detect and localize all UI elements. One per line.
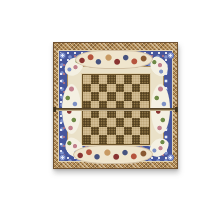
square-g1[interactable]	[132, 135, 140, 144]
square-d7[interactable]	[107, 84, 115, 93]
square-f7[interactable]	[124, 84, 132, 93]
inner-ground	[67, 66, 164, 146]
square-d1[interactable]	[107, 135, 115, 144]
miniature-painting-bottom	[73, 145, 153, 164]
square-d3[interactable]	[107, 118, 115, 127]
square-c2[interactable]	[99, 127, 107, 136]
fold-hinge-seam	[53, 108, 178, 111]
square-a8[interactable]	[83, 75, 91, 84]
miniature-painting-top	[75, 50, 153, 69]
square-h1[interactable]	[140, 135, 148, 144]
square-h8[interactable]	[140, 75, 148, 84]
square-h3[interactable]	[140, 118, 148, 127]
square-g3[interactable]	[132, 118, 140, 127]
square-e1[interactable]	[116, 135, 124, 144]
square-c6[interactable]	[99, 92, 107, 101]
square-f2[interactable]	[124, 127, 132, 136]
square-g8[interactable]	[132, 75, 140, 84]
square-a6[interactable]	[83, 92, 91, 101]
square-b6[interactable]	[91, 92, 99, 101]
square-d2[interactable]	[107, 127, 115, 136]
square-b3[interactable]	[91, 118, 99, 127]
square-e2[interactable]	[116, 127, 124, 136]
square-a3[interactable]	[83, 118, 91, 127]
square-a7[interactable]	[83, 84, 91, 93]
photo-background	[0, 0, 220, 220]
square-b2[interactable]	[91, 127, 99, 136]
square-d6[interactable]	[107, 92, 115, 101]
corner-rosette-top-right	[167, 52, 174, 59]
square-b7[interactable]	[91, 84, 99, 93]
square-c7[interactable]	[99, 84, 107, 93]
square-e7[interactable]	[116, 84, 124, 93]
square-f6[interactable]	[124, 92, 132, 101]
square-h7[interactable]	[140, 84, 148, 93]
square-e3[interactable]	[116, 118, 124, 127]
square-a2[interactable]	[83, 127, 91, 136]
square-g7[interactable]	[132, 84, 140, 93]
corner-rosette-top-left	[59, 52, 66, 59]
square-e6[interactable]	[116, 92, 124, 101]
square-b1[interactable]	[91, 135, 99, 144]
square-g2[interactable]	[132, 127, 140, 136]
square-h6[interactable]	[140, 92, 148, 101]
square-f1[interactable]	[124, 135, 132, 144]
square-g6[interactable]	[132, 92, 140, 101]
square-c1[interactable]	[99, 135, 107, 144]
square-a1[interactable]	[83, 135, 91, 144]
corner-rosette-bottom-right	[167, 154, 174, 161]
square-f3[interactable]	[124, 118, 132, 127]
corner-rosette-bottom-left	[59, 154, 66, 161]
square-d8[interactable]	[107, 75, 115, 84]
square-h2[interactable]	[140, 127, 148, 136]
chess-board	[53, 42, 178, 169]
square-f8[interactable]	[124, 75, 132, 84]
square-c3[interactable]	[99, 118, 107, 127]
square-c8[interactable]	[99, 75, 107, 84]
square-e8[interactable]	[116, 75, 124, 84]
square-b8[interactable]	[91, 75, 99, 84]
